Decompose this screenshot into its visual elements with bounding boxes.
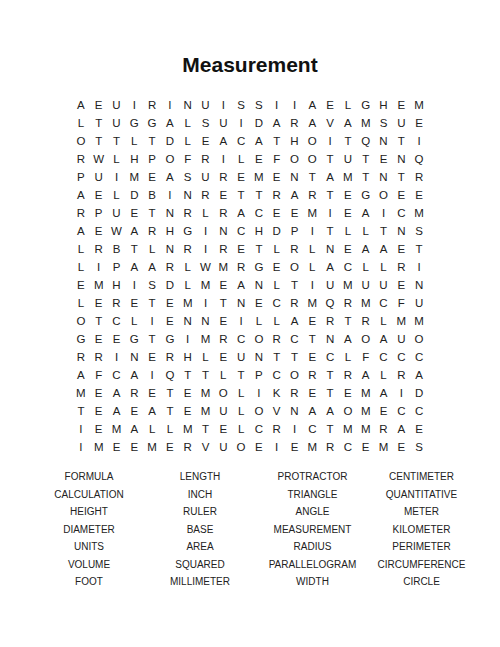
- grid-cell[interactable]: E: [214, 312, 232, 330]
- grid-cell[interactable]: U: [410, 294, 428, 312]
- grid-cell[interactable]: E: [392, 438, 410, 456]
- grid-cell[interactable]: R: [214, 330, 232, 348]
- grid-cell[interactable]: O: [214, 384, 232, 402]
- grid-cell[interactable]: O: [161, 150, 179, 168]
- grid-cell[interactable]: N: [179, 186, 197, 204]
- grid-cell[interactable]: I: [125, 96, 143, 114]
- grid-cell[interactable]: I: [214, 150, 232, 168]
- grid-cell[interactable]: I: [197, 240, 215, 258]
- grid-cell[interactable]: C: [232, 132, 250, 150]
- grid-cell[interactable]: E: [410, 420, 428, 438]
- grid-cell[interactable]: E: [90, 420, 108, 438]
- grid-cell[interactable]: O: [72, 132, 90, 150]
- grid-cell[interactable]: U: [108, 114, 126, 132]
- grid-cell[interactable]: P: [250, 366, 268, 384]
- grid-cell[interactable]: M: [108, 420, 126, 438]
- grid-cell[interactable]: T: [303, 168, 321, 186]
- grid-cell[interactable]: R: [392, 258, 410, 276]
- grid-cell[interactable]: U: [197, 168, 215, 186]
- grid-cell[interactable]: E: [214, 348, 232, 366]
- grid-cell[interactable]: C: [392, 402, 410, 420]
- grid-cell[interactable]: L: [197, 204, 215, 222]
- grid-cell[interactable]: E: [410, 114, 428, 132]
- grid-cell[interactable]: R: [268, 420, 286, 438]
- grid-cell[interactable]: T: [357, 150, 375, 168]
- grid-cell[interactable]: M: [90, 438, 108, 456]
- grid-cell[interactable]: L: [72, 294, 90, 312]
- grid-cell[interactable]: A: [143, 402, 161, 420]
- grid-cell[interactable]: E: [179, 402, 197, 420]
- grid-cell[interactable]: L: [303, 240, 321, 258]
- grid-cell[interactable]: O: [72, 312, 90, 330]
- grid-cell[interactable]: A: [303, 114, 321, 132]
- grid-cell[interactable]: T: [143, 294, 161, 312]
- grid-cell[interactable]: L: [179, 258, 197, 276]
- grid-cell[interactable]: T: [250, 240, 268, 258]
- grid-cell[interactable]: R: [286, 384, 304, 402]
- grid-cell[interactable]: U: [232, 348, 250, 366]
- grid-cell[interactable]: I: [410, 132, 428, 150]
- grid-cell[interactable]: U: [392, 114, 410, 132]
- grid-cell[interactable]: R: [214, 240, 232, 258]
- grid-cell[interactable]: T: [357, 168, 375, 186]
- grid-cell[interactable]: M: [410, 96, 428, 114]
- grid-cell[interactable]: L: [72, 258, 90, 276]
- grid-cell[interactable]: F: [392, 294, 410, 312]
- grid-cell[interactable]: R: [339, 366, 357, 384]
- grid-cell[interactable]: R: [161, 348, 179, 366]
- grid-cell[interactable]: E: [303, 384, 321, 402]
- grid-cell[interactable]: E: [303, 312, 321, 330]
- grid-cell[interactable]: R: [179, 240, 197, 258]
- grid-cell[interactable]: A: [268, 114, 286, 132]
- grid-cell[interactable]: I: [72, 420, 90, 438]
- grid-cell[interactable]: U: [214, 402, 232, 420]
- grid-cell[interactable]: T: [392, 168, 410, 186]
- grid-cell[interactable]: L: [339, 96, 357, 114]
- grid-cell[interactable]: F: [90, 366, 108, 384]
- grid-cell[interactable]: L: [143, 420, 161, 438]
- grid-cell[interactable]: S: [143, 276, 161, 294]
- grid-cell[interactable]: T: [286, 276, 304, 294]
- grid-cell[interactable]: E: [161, 294, 179, 312]
- grid-cell[interactable]: H: [125, 150, 143, 168]
- grid-cell[interactable]: R: [179, 438, 197, 456]
- grid-cell[interactable]: E: [392, 186, 410, 204]
- grid-cell[interactable]: T: [90, 312, 108, 330]
- grid-cell[interactable]: L: [375, 258, 393, 276]
- grid-cell[interactable]: N: [375, 132, 393, 150]
- grid-cell[interactable]: E: [90, 222, 108, 240]
- grid-cell[interactable]: E: [125, 294, 143, 312]
- grid-cell[interactable]: A: [72, 222, 90, 240]
- grid-cell[interactable]: U: [375, 276, 393, 294]
- grid-cell[interactable]: T: [321, 384, 339, 402]
- grid-cell[interactable]: T: [90, 132, 108, 150]
- grid-cell[interactable]: U: [214, 114, 232, 132]
- grid-cell[interactable]: G: [250, 258, 268, 276]
- grid-cell[interactable]: L: [72, 114, 90, 132]
- grid-cell[interactable]: I: [161, 186, 179, 204]
- grid-cell[interactable]: E: [197, 132, 215, 150]
- grid-cell[interactable]: T: [161, 384, 179, 402]
- grid-cell[interactable]: O: [286, 366, 304, 384]
- grid-cell[interactable]: M: [250, 168, 268, 186]
- grid-cell[interactable]: I: [197, 222, 215, 240]
- grid-cell[interactable]: O: [250, 330, 268, 348]
- grid-cell[interactable]: R: [143, 222, 161, 240]
- grid-cell[interactable]: A: [143, 258, 161, 276]
- grid-cell[interactable]: N: [392, 150, 410, 168]
- grid-cell[interactable]: E: [143, 384, 161, 402]
- grid-cell[interactable]: R: [286, 294, 304, 312]
- grid-cell[interactable]: T: [161, 402, 179, 420]
- grid-cell[interactable]: D: [161, 276, 179, 294]
- grid-cell[interactable]: E: [179, 384, 197, 402]
- grid-cell[interactable]: M: [143, 438, 161, 456]
- grid-cell[interactable]: A: [303, 402, 321, 420]
- grid-cell[interactable]: A: [375, 330, 393, 348]
- grid-cell[interactable]: R: [303, 186, 321, 204]
- grid-cell[interactable]: N: [410, 276, 428, 294]
- grid-cell[interactable]: S: [410, 222, 428, 240]
- grid-cell[interactable]: L: [232, 402, 250, 420]
- grid-cell[interactable]: T: [268, 132, 286, 150]
- grid-cell[interactable]: F: [179, 150, 197, 168]
- grid-cell[interactable]: E: [161, 312, 179, 330]
- grid-cell[interactable]: E: [214, 420, 232, 438]
- grid-cell[interactable]: T: [392, 132, 410, 150]
- grid-cell[interactable]: E: [108, 330, 126, 348]
- grid-cell[interactable]: M: [125, 168, 143, 186]
- grid-cell[interactable]: W: [90, 150, 108, 168]
- grid-cell[interactable]: T: [321, 420, 339, 438]
- grid-cell[interactable]: R: [392, 366, 410, 384]
- grid-cell[interactable]: M: [357, 420, 375, 438]
- grid-cell[interactable]: C: [321, 348, 339, 366]
- grid-cell[interactable]: M: [375, 438, 393, 456]
- grid-cell[interactable]: M: [197, 402, 215, 420]
- grid-cell[interactable]: T: [197, 366, 215, 384]
- grid-cell[interactable]: T: [303, 330, 321, 348]
- grid-cell[interactable]: I: [72, 438, 90, 456]
- grid-cell[interactable]: D: [161, 132, 179, 150]
- grid-cell[interactable]: L: [161, 420, 179, 438]
- grid-cell[interactable]: T: [197, 420, 215, 438]
- grid-cell[interactable]: M: [339, 420, 357, 438]
- grid-cell[interactable]: A: [125, 258, 143, 276]
- grid-cell[interactable]: I: [108, 168, 126, 186]
- grid-cell[interactable]: B: [108, 240, 126, 258]
- grid-cell[interactable]: U: [214, 438, 232, 456]
- grid-cell[interactable]: R: [321, 312, 339, 330]
- grid-cell[interactable]: E: [143, 348, 161, 366]
- grid-cell[interactable]: I: [410, 258, 428, 276]
- grid-cell[interactable]: N: [286, 402, 304, 420]
- grid-cell[interactable]: T: [179, 366, 197, 384]
- grid-cell[interactable]: T: [339, 312, 357, 330]
- grid-cell[interactable]: H: [161, 222, 179, 240]
- grid-cell[interactable]: R: [214, 204, 232, 222]
- grid-cell[interactable]: F: [357, 348, 375, 366]
- grid-cell[interactable]: M: [339, 276, 357, 294]
- grid-cell[interactable]: L: [268, 276, 286, 294]
- grid-cell[interactable]: L: [72, 240, 90, 258]
- grid-cell[interactable]: I: [286, 96, 304, 114]
- grid-cell[interactable]: N: [392, 222, 410, 240]
- grid-cell[interactable]: O: [286, 150, 304, 168]
- grid-cell[interactable]: T: [108, 132, 126, 150]
- grid-cell[interactable]: E: [125, 438, 143, 456]
- grid-cell[interactable]: I: [108, 348, 126, 366]
- grid-cell[interactable]: E: [339, 240, 357, 258]
- grid-cell[interactable]: A: [321, 258, 339, 276]
- grid-cell[interactable]: A: [232, 276, 250, 294]
- grid-cell[interactable]: T: [143, 330, 161, 348]
- grid-cell[interactable]: L: [108, 150, 126, 168]
- grid-cell[interactable]: C: [339, 258, 357, 276]
- grid-cell[interactable]: Q: [321, 294, 339, 312]
- grid-cell[interactable]: N: [321, 330, 339, 348]
- grid-cell[interactable]: I: [143, 366, 161, 384]
- grid-cell[interactable]: O: [303, 150, 321, 168]
- grid-cell[interactable]: O: [357, 330, 375, 348]
- grid-cell[interactable]: E: [392, 276, 410, 294]
- grid-cell[interactable]: N: [375, 168, 393, 186]
- grid-cell[interactable]: E: [90, 402, 108, 420]
- grid-cell[interactable]: M: [357, 402, 375, 420]
- grid-cell[interactable]: Q: [161, 366, 179, 384]
- grid-cell[interactable]: I: [268, 438, 286, 456]
- grid-cell[interactable]: E: [375, 150, 393, 168]
- grid-cell[interactable]: M: [410, 312, 428, 330]
- grid-cell[interactable]: G: [179, 222, 197, 240]
- grid-cell[interactable]: A: [232, 204, 250, 222]
- grid-cell[interactable]: L: [197, 348, 215, 366]
- grid-cell[interactable]: K: [268, 384, 286, 402]
- grid-cell[interactable]: D: [250, 114, 268, 132]
- grid-cell[interactable]: M: [357, 114, 375, 132]
- grid-cell[interactable]: N: [232, 294, 250, 312]
- grid-cell[interactable]: C: [375, 294, 393, 312]
- grid-cell[interactable]: S: [250, 96, 268, 114]
- grid-cell[interactable]: E: [321, 96, 339, 114]
- grid-cell[interactable]: R: [161, 258, 179, 276]
- grid-cell[interactable]: E: [108, 438, 126, 456]
- grid-cell[interactable]: E: [392, 240, 410, 258]
- grid-cell[interactable]: N: [286, 168, 304, 186]
- grid-cell[interactable]: E: [375, 402, 393, 420]
- grid-cell[interactable]: I: [321, 132, 339, 150]
- grid-cell[interactable]: N: [214, 222, 232, 240]
- grid-cell[interactable]: M: [90, 276, 108, 294]
- grid-cell[interactable]: V: [197, 438, 215, 456]
- grid-cell[interactable]: T: [250, 186, 268, 204]
- grid-cell[interactable]: C: [339, 438, 357, 456]
- grid-cell[interactable]: M: [72, 384, 90, 402]
- grid-cell[interactable]: O: [303, 132, 321, 150]
- grid-cell[interactable]: I: [392, 384, 410, 402]
- grid-cell[interactable]: R: [108, 294, 126, 312]
- grid-cell[interactable]: Q: [410, 150, 428, 168]
- grid-cell[interactable]: I: [161, 96, 179, 114]
- grid-cell[interactable]: A: [321, 168, 339, 186]
- grid-cell[interactable]: C: [250, 420, 268, 438]
- grid-cell[interactable]: E: [90, 96, 108, 114]
- grid-cell[interactable]: C: [392, 204, 410, 222]
- grid-cell[interactable]: O: [250, 402, 268, 420]
- grid-cell[interactable]: U: [392, 330, 410, 348]
- grid-cell[interactable]: L: [179, 132, 197, 150]
- grid-cell[interactable]: N: [161, 204, 179, 222]
- grid-cell[interactable]: L: [339, 222, 357, 240]
- grid-cell[interactable]: A: [161, 114, 179, 132]
- grid-cell[interactable]: F: [268, 150, 286, 168]
- grid-cell[interactable]: M: [303, 204, 321, 222]
- grid-cell[interactable]: T: [232, 366, 250, 384]
- grid-cell[interactable]: A: [303, 96, 321, 114]
- grid-cell[interactable]: E: [410, 186, 428, 204]
- grid-cell[interactable]: L: [268, 312, 286, 330]
- grid-cell[interactable]: P: [143, 150, 161, 168]
- grid-cell[interactable]: E: [250, 294, 268, 312]
- grid-cell[interactable]: L: [179, 276, 197, 294]
- grid-cell[interactable]: I: [143, 312, 161, 330]
- grid-cell[interactable]: E: [72, 276, 90, 294]
- grid-cell[interactable]: R: [72, 150, 90, 168]
- grid-cell[interactable]: S: [179, 168, 197, 186]
- grid-cell[interactable]: C: [232, 222, 250, 240]
- grid-cell[interactable]: E: [392, 96, 410, 114]
- grid-cell[interactable]: O: [339, 402, 357, 420]
- grid-cell[interactable]: L: [179, 114, 197, 132]
- grid-cell[interactable]: T: [90, 114, 108, 132]
- grid-cell[interactable]: I: [250, 384, 268, 402]
- grid-cell[interactable]: E: [143, 168, 161, 186]
- grid-cell[interactable]: A: [375, 240, 393, 258]
- grid-cell[interactable]: D: [268, 222, 286, 240]
- grid-cell[interactable]: E: [214, 276, 232, 294]
- grid-cell[interactable]: E: [268, 204, 286, 222]
- grid-cell[interactable]: G: [72, 330, 90, 348]
- grid-cell[interactable]: S: [375, 114, 393, 132]
- grid-cell[interactable]: C: [108, 312, 126, 330]
- grid-cell[interactable]: P: [90, 204, 108, 222]
- grid-cell[interactable]: V: [321, 114, 339, 132]
- grid-cell[interactable]: T: [375, 222, 393, 240]
- grid-cell[interactable]: I: [303, 222, 321, 240]
- grid-cell[interactable]: C: [108, 366, 126, 384]
- grid-cell[interactable]: L: [232, 384, 250, 402]
- grid-cell[interactable]: T: [286, 348, 304, 366]
- grid-cell[interactable]: M: [339, 168, 357, 186]
- grid-cell[interactable]: G: [125, 114, 143, 132]
- grid-cell[interactable]: T: [321, 222, 339, 240]
- grid-cell[interactable]: G: [143, 114, 161, 132]
- grid-cell[interactable]: H: [108, 276, 126, 294]
- grid-cell[interactable]: R: [286, 240, 304, 258]
- grid-cell[interactable]: A: [214, 132, 232, 150]
- grid-cell[interactable]: T: [321, 366, 339, 384]
- grid-cell[interactable]: T: [268, 348, 286, 366]
- grid-cell[interactable]: E: [268, 258, 286, 276]
- grid-cell[interactable]: N: [179, 312, 197, 330]
- grid-cell[interactable]: R: [72, 204, 90, 222]
- grid-cell[interactable]: C: [410, 402, 428, 420]
- grid-cell[interactable]: A: [72, 96, 90, 114]
- grid-cell[interactable]: R: [72, 348, 90, 366]
- grid-cell[interactable]: E: [339, 186, 357, 204]
- grid-cell[interactable]: U: [197, 96, 215, 114]
- grid-cell[interactable]: P: [286, 222, 304, 240]
- grid-cell[interactable]: I: [286, 420, 304, 438]
- grid-cell[interactable]: L: [357, 258, 375, 276]
- grid-cell[interactable]: E: [303, 348, 321, 366]
- grid-cell[interactable]: A: [339, 114, 357, 132]
- grid-cell[interactable]: S: [232, 96, 250, 114]
- grid-cell[interactable]: A: [286, 312, 304, 330]
- grid-cell[interactable]: D: [125, 186, 143, 204]
- grid-cell[interactable]: T: [214, 294, 232, 312]
- grid-cell[interactable]: C: [250, 204, 268, 222]
- grid-cell[interactable]: O: [286, 258, 304, 276]
- grid-cell[interactable]: R: [357, 312, 375, 330]
- grid-cell[interactable]: L: [303, 258, 321, 276]
- grid-cell[interactable]: T: [125, 240, 143, 258]
- grid-cell[interactable]: D: [410, 384, 428, 402]
- grid-cell[interactable]: U: [108, 204, 126, 222]
- grid-cell[interactable]: A: [357, 366, 375, 384]
- grid-cell[interactable]: S: [410, 438, 428, 456]
- grid-cell[interactable]: M: [303, 294, 321, 312]
- grid-cell[interactable]: B: [143, 186, 161, 204]
- grid-cell[interactable]: R: [90, 348, 108, 366]
- grid-cell[interactable]: L: [232, 150, 250, 168]
- grid-cell[interactable]: N: [321, 240, 339, 258]
- grid-cell[interactable]: A: [125, 420, 143, 438]
- grid-cell[interactable]: E: [268, 168, 286, 186]
- grid-cell[interactable]: G: [161, 330, 179, 348]
- grid-cell[interactable]: C: [268, 294, 286, 312]
- grid-cell[interactable]: A: [392, 420, 410, 438]
- grid-cell[interactable]: E: [90, 186, 108, 204]
- grid-cell[interactable]: R: [268, 186, 286, 204]
- grid-cell[interactable]: P: [108, 258, 126, 276]
- grid-cell[interactable]: R: [303, 366, 321, 384]
- grid-cell[interactable]: E: [232, 240, 250, 258]
- grid-cell[interactable]: M: [197, 384, 215, 402]
- grid-cell[interactable]: C: [268, 366, 286, 384]
- grid-cell[interactable]: Q: [357, 132, 375, 150]
- grid-cell[interactable]: R: [179, 204, 197, 222]
- grid-cell[interactable]: M: [357, 384, 375, 402]
- grid-cell[interactable]: A: [108, 384, 126, 402]
- grid-cell[interactable]: I: [303, 276, 321, 294]
- grid-cell[interactable]: E: [161, 438, 179, 456]
- grid-cell[interactable]: L: [375, 312, 393, 330]
- grid-cell[interactable]: R: [286, 114, 304, 132]
- grid-cell[interactable]: M: [392, 312, 410, 330]
- grid-cell[interactable]: A: [108, 402, 126, 420]
- grid-cell[interactable]: M: [197, 276, 215, 294]
- grid-cell[interactable]: A: [321, 402, 339, 420]
- grid-cell[interactable]: C: [410, 348, 428, 366]
- grid-cell[interactable]: E: [250, 438, 268, 456]
- grid-cell[interactable]: L: [232, 420, 250, 438]
- grid-cell[interactable]: T: [339, 132, 357, 150]
- grid-cell[interactable]: A: [125, 222, 143, 240]
- grid-cell[interactable]: R: [410, 168, 428, 186]
